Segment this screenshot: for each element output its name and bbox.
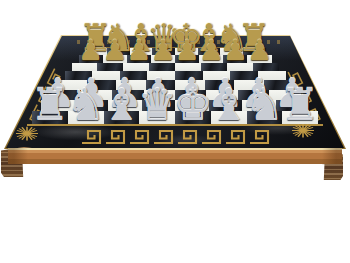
square-b7[interactable]: ♟ (103, 55, 127, 63)
greek-meander-bottom (79, 128, 271, 150)
gold-pawn-a7[interactable]: ♟ (78, 38, 103, 64)
square-e1[interactable]: ♚ (175, 111, 211, 124)
rank-7: ♟♟♟♟♟♟♟♟ (79, 55, 272, 63)
chess-board: ♜♞♝♛♚♝♞♜♟♟♟♟♟♟♟♟♟♟♟♟♟♟♟♟♜♞♝♛♚♝♞♜ (0, 48, 350, 124)
silver-rook-h1[interactable]: ♜ (280, 85, 319, 125)
silver-bishop-c1[interactable]: ♝ (102, 85, 141, 125)
square-b1[interactable]: ♞ (68, 111, 104, 124)
square-a1[interactable]: ♜ (32, 111, 68, 124)
silver-knight-b1[interactable]: ♞ (66, 85, 105, 125)
silver-king-e1[interactable]: ♚ (173, 85, 212, 125)
square-f7[interactable]: ♟ (199, 55, 223, 63)
square-h1[interactable]: ♜ (282, 111, 318, 124)
gold-pawn-b7[interactable]: ♟ (102, 38, 127, 64)
gold-pawn-c7[interactable]: ♟ (126, 38, 151, 64)
square-g1[interactable]: ♞ (247, 111, 283, 124)
square-c7[interactable]: ♟ (127, 55, 151, 63)
silver-knight-g1[interactable]: ♞ (245, 85, 284, 125)
gold-pawn-d7[interactable]: ♟ (150, 38, 175, 64)
rank-1: ♜♞♝♛♚♝♞♜ (32, 111, 318, 124)
silver-rook-a1[interactable]: ♜ (30, 85, 69, 125)
silver-bishop-f1[interactable]: ♝ (209, 85, 248, 125)
gold-pawn-g7[interactable]: ♟ (223, 38, 248, 64)
square-f1[interactable]: ♝ (211, 111, 247, 124)
silver-queen-d1[interactable]: ♛ (137, 85, 176, 125)
brass-front-edge (8, 148, 342, 164)
chess-set-photo: ♜♞♝♛♚♝♞♜♟♟♟♟♟♟♟♟♟♟♟♟♟♟♟♟♜♞♝♛♚♝♞♜ (0, 0, 350, 263)
gold-pawn-f7[interactable]: ♟ (199, 38, 224, 64)
gold-pawn-e7[interactable]: ♟ (175, 38, 200, 64)
square-h7[interactable]: ♟ (247, 55, 271, 63)
gold-pawn-h7[interactable]: ♟ (247, 38, 272, 64)
square-d1[interactable]: ♛ (139, 111, 175, 124)
square-a7[interactable]: ♟ (79, 55, 103, 63)
square-e7[interactable]: ♟ (175, 55, 199, 63)
square-g7[interactable]: ♟ (223, 55, 247, 63)
square-c1[interactable]: ♝ (104, 111, 140, 124)
square-d7[interactable]: ♟ (151, 55, 175, 63)
